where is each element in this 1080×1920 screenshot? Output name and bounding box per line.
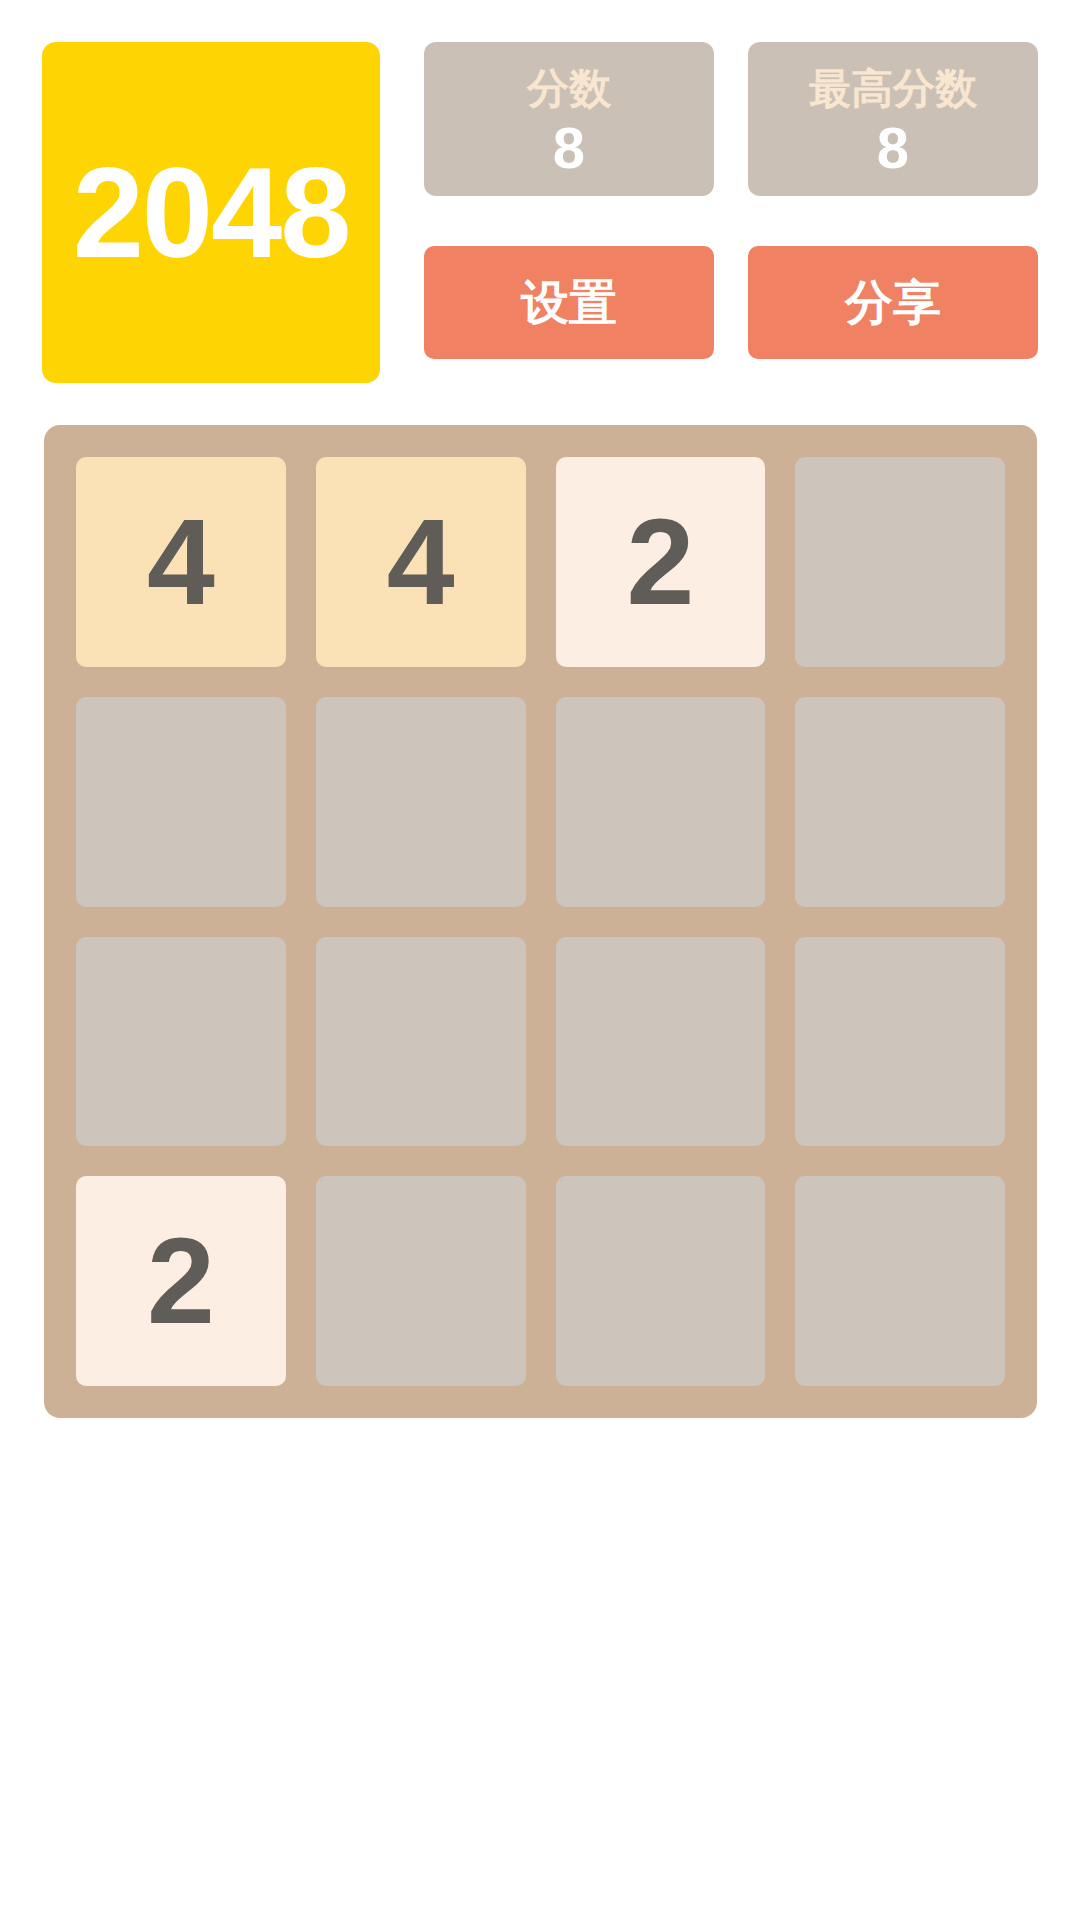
empty-cell xyxy=(316,697,526,907)
empty-cell xyxy=(795,697,1005,907)
best-score-box: 最高分数 8 xyxy=(748,42,1038,196)
empty-cell xyxy=(556,1176,766,1386)
best-score-value: 8 xyxy=(877,115,909,182)
tile-2: 2 xyxy=(556,457,766,667)
empty-cell xyxy=(316,1176,526,1386)
empty-cell xyxy=(795,937,1005,1147)
best-score-label: 最高分数 xyxy=(809,64,977,114)
score-label: 分数 xyxy=(527,64,611,114)
tile-4: 4 xyxy=(316,457,526,667)
empty-cell xyxy=(76,937,286,1147)
logo-text: 2048 xyxy=(73,139,350,286)
tile-4: 4 xyxy=(76,457,286,667)
empty-cell xyxy=(76,697,286,907)
empty-cell xyxy=(556,937,766,1147)
share-button[interactable]: 分享 xyxy=(748,246,1038,359)
empty-cell xyxy=(795,1176,1005,1386)
app-page: 2048 分数 8 最高分数 8 设置 分享 4422 xyxy=(0,0,1080,1920)
empty-cell xyxy=(556,697,766,907)
tile-2: 2 xyxy=(76,1176,286,1386)
game-board[interactable]: 4422 xyxy=(44,425,1037,1418)
empty-cell xyxy=(316,937,526,1147)
settings-button[interactable]: 设置 xyxy=(424,246,714,359)
empty-cell xyxy=(795,457,1005,667)
score-value: 8 xyxy=(553,115,585,182)
score-box: 分数 8 xyxy=(424,42,714,196)
logo-2048: 2048 xyxy=(42,42,380,383)
